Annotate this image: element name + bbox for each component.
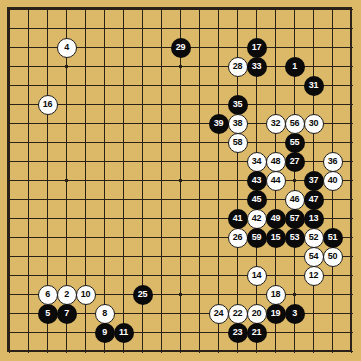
intersection[interactable] — [247, 0, 266, 19]
intersection[interactable] — [95, 0, 114, 19]
intersection[interactable] — [0, 190, 19, 209]
intersection[interactable] — [152, 114, 171, 133]
intersection[interactable] — [0, 0, 19, 19]
intersection[interactable] — [19, 114, 38, 133]
intersection[interactable] — [323, 209, 342, 228]
intersection[interactable] — [114, 228, 133, 247]
intersection[interactable] — [19, 38, 38, 57]
intersection[interactable] — [171, 95, 190, 114]
intersection[interactable] — [304, 152, 323, 171]
intersection[interactable] — [209, 0, 228, 19]
intersection[interactable] — [266, 266, 285, 285]
intersection[interactable] — [152, 133, 171, 152]
intersection[interactable] — [285, 247, 304, 266]
intersection[interactable] — [323, 342, 342, 361]
intersection[interactable] — [19, 133, 38, 152]
intersection[interactable] — [38, 133, 57, 152]
intersection[interactable] — [304, 95, 323, 114]
intersection[interactable] — [57, 114, 76, 133]
intersection[interactable] — [171, 19, 190, 38]
intersection[interactable] — [0, 38, 19, 57]
intersection[interactable] — [133, 0, 152, 19]
intersection[interactable] — [190, 266, 209, 285]
intersection[interactable] — [171, 266, 190, 285]
intersection[interactable] — [342, 209, 361, 228]
intersection[interactable] — [171, 133, 190, 152]
intersection[interactable] — [342, 247, 361, 266]
intersection[interactable] — [323, 95, 342, 114]
intersection[interactable] — [342, 228, 361, 247]
intersection[interactable] — [38, 76, 57, 95]
intersection[interactable] — [95, 76, 114, 95]
intersection[interactable] — [342, 57, 361, 76]
intersection[interactable] — [190, 228, 209, 247]
intersection[interactable] — [0, 152, 19, 171]
intersection[interactable] — [95, 342, 114, 361]
intersection[interactable] — [95, 266, 114, 285]
intersection[interactable] — [228, 152, 247, 171]
intersection[interactable] — [228, 0, 247, 19]
intersection[interactable] — [57, 342, 76, 361]
intersection[interactable] — [0, 57, 19, 76]
intersection[interactable] — [0, 285, 19, 304]
intersection[interactable] — [133, 95, 152, 114]
intersection[interactable] — [95, 171, 114, 190]
intersection[interactable] — [190, 209, 209, 228]
intersection[interactable] — [38, 152, 57, 171]
intersection[interactable] — [19, 190, 38, 209]
intersection[interactable] — [95, 114, 114, 133]
intersection[interactable] — [114, 342, 133, 361]
intersection[interactable] — [76, 266, 95, 285]
intersection[interactable] — [190, 342, 209, 361]
intersection[interactable] — [133, 190, 152, 209]
intersection[interactable] — [304, 133, 323, 152]
intersection[interactable] — [19, 304, 38, 323]
intersection[interactable] — [19, 95, 38, 114]
intersection[interactable] — [133, 171, 152, 190]
intersection[interactable] — [209, 266, 228, 285]
intersection[interactable] — [342, 38, 361, 57]
intersection[interactable] — [342, 133, 361, 152]
intersection[interactable] — [266, 38, 285, 57]
intersection[interactable] — [323, 38, 342, 57]
intersection[interactable] — [190, 19, 209, 38]
intersection[interactable] — [171, 304, 190, 323]
intersection[interactable] — [38, 266, 57, 285]
intersection[interactable] — [76, 323, 95, 342]
intersection[interactable] — [133, 19, 152, 38]
intersection[interactable] — [228, 76, 247, 95]
intersection[interactable] — [95, 247, 114, 266]
intersection[interactable] — [114, 57, 133, 76]
intersection[interactable] — [285, 95, 304, 114]
intersection[interactable] — [76, 304, 95, 323]
intersection[interactable] — [228, 285, 247, 304]
intersection[interactable] — [190, 114, 209, 133]
intersection[interactable] — [209, 285, 228, 304]
intersection[interactable] — [133, 209, 152, 228]
intersection[interactable] — [38, 247, 57, 266]
intersection[interactable] — [209, 190, 228, 209]
intersection[interactable] — [285, 19, 304, 38]
intersection[interactable] — [285, 0, 304, 19]
intersection[interactable] — [76, 190, 95, 209]
intersection[interactable] — [19, 323, 38, 342]
intersection[interactable] — [19, 209, 38, 228]
intersection[interactable] — [19, 266, 38, 285]
intersection[interactable] — [76, 342, 95, 361]
intersection[interactable] — [57, 209, 76, 228]
intersection[interactable] — [114, 95, 133, 114]
intersection[interactable] — [0, 114, 19, 133]
intersection[interactable] — [152, 19, 171, 38]
intersection[interactable] — [323, 266, 342, 285]
intersection[interactable] — [114, 133, 133, 152]
stone-black: 27 — [285, 152, 305, 172]
intersection[interactable] — [190, 152, 209, 171]
stone-white: 2 — [57, 285, 77, 305]
intersection[interactable] — [266, 95, 285, 114]
intersection[interactable] — [304, 19, 323, 38]
intersection[interactable] — [323, 133, 342, 152]
intersection[interactable] — [342, 285, 361, 304]
intersection[interactable] — [285, 342, 304, 361]
intersection[interactable] — [228, 190, 247, 209]
intersection[interactable] — [133, 38, 152, 57]
intersection[interactable] — [0, 95, 19, 114]
intersection[interactable] — [57, 133, 76, 152]
intersection[interactable] — [228, 171, 247, 190]
intersection[interactable] — [152, 0, 171, 19]
intersection[interactable] — [304, 285, 323, 304]
intersection[interactable] — [304, 0, 323, 19]
intersection[interactable] — [114, 266, 133, 285]
intersection[interactable] — [76, 133, 95, 152]
intersection[interactable] — [0, 247, 19, 266]
intersection[interactable] — [76, 38, 95, 57]
intersection[interactable] — [152, 285, 171, 304]
intersection[interactable] — [342, 76, 361, 95]
intersection[interactable] — [57, 0, 76, 19]
intersection[interactable] — [152, 304, 171, 323]
intersection[interactable] — [114, 76, 133, 95]
intersection[interactable] — [95, 209, 114, 228]
intersection[interactable] — [95, 133, 114, 152]
intersection[interactable] — [342, 342, 361, 361]
intersection[interactable] — [0, 209, 19, 228]
intersection[interactable] — [342, 152, 361, 171]
intersection[interactable] — [171, 114, 190, 133]
intersection[interactable] — [0, 19, 19, 38]
intersection[interactable] — [209, 342, 228, 361]
intersection[interactable] — [152, 342, 171, 361]
intersection[interactable] — [57, 76, 76, 95]
intersection[interactable] — [76, 19, 95, 38]
intersection[interactable] — [209, 171, 228, 190]
intersection[interactable] — [342, 323, 361, 342]
intersection[interactable] — [152, 266, 171, 285]
intersection[interactable] — [95, 152, 114, 171]
intersection[interactable] — [133, 76, 152, 95]
intersection[interactable] — [114, 38, 133, 57]
intersection[interactable] — [95, 38, 114, 57]
intersection[interactable] — [247, 247, 266, 266]
intersection[interactable] — [95, 95, 114, 114]
intersection[interactable] — [342, 304, 361, 323]
intersection[interactable] — [0, 133, 19, 152]
intersection[interactable] — [285, 38, 304, 57]
intersection[interactable] — [38, 342, 57, 361]
intersection[interactable] — [323, 114, 342, 133]
intersection[interactable] — [76, 76, 95, 95]
intersection[interactable] — [114, 114, 133, 133]
intersection[interactable] — [323, 285, 342, 304]
intersection[interactable] — [190, 323, 209, 342]
intersection[interactable] — [114, 285, 133, 304]
intersection[interactable] — [133, 266, 152, 285]
intersection[interactable] — [133, 133, 152, 152]
intersection[interactable] — [0, 304, 19, 323]
intersection[interactable] — [304, 323, 323, 342]
intersection[interactable] — [114, 190, 133, 209]
intersection[interactable] — [114, 304, 133, 323]
intersection[interactable] — [209, 209, 228, 228]
intersection[interactable] — [152, 95, 171, 114]
intersection[interactable] — [285, 323, 304, 342]
intersection[interactable] — [76, 247, 95, 266]
intersection[interactable] — [57, 247, 76, 266]
intersection[interactable] — [38, 38, 57, 57]
intersection[interactable] — [95, 228, 114, 247]
intersection[interactable] — [19, 0, 38, 19]
intersection[interactable] — [19, 57, 38, 76]
intersection[interactable] — [171, 190, 190, 209]
intersection[interactable] — [190, 247, 209, 266]
intersection[interactable] — [133, 304, 152, 323]
intersection[interactable] — [247, 133, 266, 152]
intersection[interactable] — [228, 38, 247, 57]
intersection[interactable] — [342, 19, 361, 38]
intersection[interactable] — [209, 57, 228, 76]
intersection[interactable] — [38, 19, 57, 38]
intersection[interactable] — [38, 190, 57, 209]
intersection[interactable] — [190, 76, 209, 95]
intersection[interactable] — [304, 57, 323, 76]
intersection[interactable] — [323, 304, 342, 323]
intersection[interactable] — [57, 190, 76, 209]
intersection[interactable] — [266, 57, 285, 76]
intersection[interactable] — [285, 266, 304, 285]
intersection[interactable] — [266, 247, 285, 266]
intersection[interactable] — [76, 95, 95, 114]
intersection[interactable] — [19, 152, 38, 171]
intersection[interactable] — [0, 323, 19, 342]
intersection[interactable] — [304, 342, 323, 361]
intersection[interactable] — [57, 95, 76, 114]
intersection[interactable] — [19, 76, 38, 95]
intersection[interactable] — [190, 57, 209, 76]
intersection[interactable] — [342, 266, 361, 285]
intersection[interactable] — [190, 285, 209, 304]
intersection[interactable] — [76, 228, 95, 247]
intersection[interactable] — [114, 209, 133, 228]
stone-white: 16 — [38, 95, 58, 115]
intersection[interactable] — [152, 57, 171, 76]
intersection[interactable] — [76, 171, 95, 190]
intersection[interactable] — [19, 342, 38, 361]
intersection[interactable] — [209, 19, 228, 38]
intersection[interactable] — [57, 19, 76, 38]
intersection[interactable] — [152, 228, 171, 247]
intersection[interactable] — [342, 0, 361, 19]
intersection[interactable] — [133, 152, 152, 171]
intersection[interactable] — [171, 323, 190, 342]
intersection[interactable] — [209, 228, 228, 247]
intersection[interactable] — [323, 76, 342, 95]
intersection[interactable] — [57, 323, 76, 342]
intersection[interactable] — [266, 76, 285, 95]
intersection[interactable] — [19, 247, 38, 266]
intersection[interactable] — [266, 190, 285, 209]
intersection[interactable] — [76, 0, 95, 19]
intersection[interactable] — [95, 57, 114, 76]
intersection[interactable] — [0, 266, 19, 285]
intersection[interactable] — [57, 228, 76, 247]
intersection[interactable] — [76, 57, 95, 76]
intersection[interactable] — [171, 152, 190, 171]
intersection[interactable] — [114, 171, 133, 190]
intersection[interactable] — [323, 57, 342, 76]
intersection[interactable] — [152, 152, 171, 171]
intersection[interactable] — [247, 76, 266, 95]
intersection[interactable] — [0, 76, 19, 95]
intersection[interactable] — [133, 323, 152, 342]
intersection[interactable] — [209, 76, 228, 95]
intersection[interactable] — [0, 342, 19, 361]
intersection[interactable] — [133, 247, 152, 266]
intersection[interactable] — [0, 228, 19, 247]
intersection[interactable] — [342, 190, 361, 209]
intersection[interactable] — [209, 95, 228, 114]
intersection[interactable] — [114, 19, 133, 38]
intersection[interactable] — [152, 323, 171, 342]
intersection[interactable] — [209, 323, 228, 342]
intersection[interactable] — [57, 266, 76, 285]
intersection[interactable] — [285, 76, 304, 95]
intersection[interactable] — [304, 38, 323, 57]
intersection[interactable] — [266, 0, 285, 19]
intersection[interactable] — [323, 19, 342, 38]
intersection[interactable] — [76, 209, 95, 228]
intersection[interactable] — [114, 247, 133, 266]
intersection[interactable] — [0, 171, 19, 190]
intersection[interactable] — [152, 38, 171, 57]
intersection[interactable] — [190, 38, 209, 57]
intersection[interactable] — [190, 95, 209, 114]
intersection[interactable] — [152, 247, 171, 266]
intersection[interactable] — [38, 171, 57, 190]
intersection[interactable] — [133, 228, 152, 247]
intersection[interactable] — [171, 209, 190, 228]
intersection[interactable] — [266, 342, 285, 361]
intersection[interactable] — [247, 95, 266, 114]
intersection[interactable] — [209, 133, 228, 152]
intersection[interactable] — [266, 19, 285, 38]
intersection[interactable] — [114, 0, 133, 19]
intersection[interactable] — [95, 190, 114, 209]
intersection[interactable] — [247, 342, 266, 361]
stone-white: 56 — [285, 114, 305, 134]
intersection[interactable] — [152, 171, 171, 190]
intersection[interactable] — [323, 190, 342, 209]
intersection[interactable] — [209, 247, 228, 266]
intersection[interactable] — [38, 114, 57, 133]
intersection[interactable] — [38, 0, 57, 19]
intersection[interactable] — [133, 57, 152, 76]
intersection[interactable] — [190, 171, 209, 190]
intersection[interactable] — [38, 57, 57, 76]
intersection[interactable] — [266, 133, 285, 152]
intersection[interactable] — [209, 38, 228, 57]
intersection[interactable] — [171, 76, 190, 95]
intersection[interactable] — [19, 228, 38, 247]
intersection[interactable] — [190, 0, 209, 19]
intersection[interactable] — [19, 171, 38, 190]
intersection[interactable] — [114, 152, 133, 171]
intersection[interactable] — [190, 304, 209, 323]
intersection[interactable] — [19, 285, 38, 304]
intersection[interactable] — [76, 152, 95, 171]
intersection[interactable] — [323, 323, 342, 342]
intersection[interactable] — [247, 285, 266, 304]
intersection[interactable] — [57, 152, 76, 171]
intersection[interactable] — [209, 152, 228, 171]
intersection[interactable] — [304, 304, 323, 323]
intersection[interactable] — [152, 209, 171, 228]
intersection[interactable] — [38, 209, 57, 228]
intersection[interactable] — [152, 76, 171, 95]
intersection[interactable] — [228, 247, 247, 266]
intersection[interactable] — [323, 0, 342, 19]
intersection[interactable] — [342, 171, 361, 190]
intersection[interactable] — [247, 19, 266, 38]
intersection[interactable] — [76, 114, 95, 133]
intersection[interactable] — [38, 228, 57, 247]
intersection[interactable] — [171, 0, 190, 19]
intersection[interactable] — [228, 266, 247, 285]
stone-white: 6 — [38, 285, 58, 305]
intersection[interactable] — [19, 19, 38, 38]
intersection[interactable] — [190, 190, 209, 209]
intersection[interactable] — [171, 342, 190, 361]
intersection[interactable] — [228, 19, 247, 38]
intersection[interactable] — [171, 247, 190, 266]
intersection[interactable] — [95, 19, 114, 38]
intersection[interactable] — [266, 323, 285, 342]
intersection[interactable] — [342, 114, 361, 133]
intersection[interactable] — [171, 228, 190, 247]
intersection[interactable] — [38, 323, 57, 342]
intersection[interactable] — [190, 133, 209, 152]
intersection[interactable] — [95, 285, 114, 304]
intersection[interactable] — [228, 342, 247, 361]
intersection[interactable] — [133, 342, 152, 361]
intersection[interactable] — [133, 114, 152, 133]
intersection[interactable] — [152, 190, 171, 209]
intersection[interactable] — [247, 114, 266, 133]
intersection[interactable] — [342, 95, 361, 114]
